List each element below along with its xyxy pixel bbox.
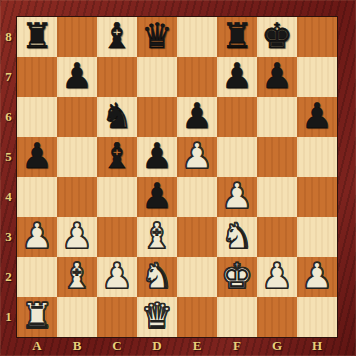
file-label-g: G (257, 337, 297, 356)
square-f5[interactable] (217, 137, 257, 177)
black-pawn-a5[interactable]: ♟ (21, 136, 52, 176)
square-c2[interactable]: ♟ (97, 257, 137, 297)
square-a3[interactable]: ♟ (17, 217, 57, 257)
square-g1[interactable] (257, 297, 297, 337)
square-h1[interactable] (297, 297, 337, 337)
square-b3[interactable]: ♟ (57, 217, 97, 257)
white-pawn-e5[interactable]: ♟ (181, 136, 212, 176)
rank-label-7: 7 (0, 57, 17, 97)
white-knight-f3[interactable]: ♞ (221, 216, 252, 256)
square-f8[interactable]: ♜ (217, 17, 257, 57)
square-c1[interactable] (97, 297, 137, 337)
file-label-c: C (97, 337, 137, 356)
rank-label-6: 6 (0, 97, 17, 137)
square-f2[interactable]: ♚ (217, 257, 257, 297)
black-pawn-h6[interactable]: ♟ (301, 96, 332, 136)
square-h4[interactable] (297, 177, 337, 217)
square-a5[interactable]: ♟ (17, 137, 57, 177)
square-c4[interactable] (97, 177, 137, 217)
black-pawn-b7[interactable]: ♟ (61, 56, 92, 96)
white-bishop-d3[interactable]: ♝ (141, 216, 172, 256)
black-pawn-f7[interactable]: ♟ (221, 56, 252, 96)
white-pawn-a3[interactable]: ♟ (21, 216, 52, 256)
white-bishop-b2[interactable]: ♝ (61, 256, 92, 296)
square-f3[interactable]: ♞ (217, 217, 257, 257)
square-f7[interactable]: ♟ (217, 57, 257, 97)
black-pawn-d4[interactable]: ♟ (141, 176, 172, 216)
square-a6[interactable] (17, 97, 57, 137)
white-king-f2[interactable]: ♚ (221, 256, 252, 296)
square-a4[interactable] (17, 177, 57, 217)
file-label-d: D (137, 337, 177, 356)
rank-label-8: 8 (0, 17, 17, 57)
square-b7[interactable]: ♟ (57, 57, 97, 97)
square-h2[interactable]: ♟ (297, 257, 337, 297)
white-pawn-g2[interactable]: ♟ (261, 256, 292, 296)
square-e6[interactable]: ♟ (177, 97, 217, 137)
square-h7[interactable] (297, 57, 337, 97)
square-g3[interactable] (257, 217, 297, 257)
square-f4[interactable]: ♟ (217, 177, 257, 217)
square-h3[interactable] (297, 217, 337, 257)
square-d2[interactable]: ♞ (137, 257, 177, 297)
file-labels: ABCDEFGH (17, 337, 337, 356)
white-pawn-h2[interactable]: ♟ (301, 256, 332, 296)
black-rook-a8[interactable]: ♜ (21, 16, 52, 56)
white-knight-d2[interactable]: ♞ (141, 256, 172, 296)
file-label-h: H (297, 337, 337, 356)
white-rook-a1[interactable]: ♜ (21, 296, 52, 336)
square-g5[interactable] (257, 137, 297, 177)
black-king-g8[interactable]: ♚ (261, 16, 292, 56)
black-pawn-e6[interactable]: ♟ (181, 96, 212, 136)
black-bishop-c5[interactable]: ♝ (101, 136, 132, 176)
square-d8[interactable]: ♛ (137, 17, 177, 57)
white-pawn-f4[interactable]: ♟ (221, 176, 252, 216)
square-b6[interactable] (57, 97, 97, 137)
rank-label-3: 3 (0, 217, 17, 257)
chess-board[interactable]: ♜♝♛♜♚♟♟♟♞♟♟♟♝♟♟♟♟♟♟♝♞♝♟♞♚♟♟♜♛ (17, 17, 337, 337)
square-b5[interactable] (57, 137, 97, 177)
square-h5[interactable] (297, 137, 337, 177)
black-knight-c6[interactable]: ♞ (101, 96, 132, 136)
square-e2[interactable] (177, 257, 217, 297)
square-g8[interactable]: ♚ (257, 17, 297, 57)
chess-board-window: 87654321 ♜♝♛♜♚♟♟♟♞♟♟♟♝♟♟♟♟♟♟♝♞♝♟♞♚♟♟♜♛ A… (0, 0, 356, 356)
square-e4[interactable] (177, 177, 217, 217)
square-d5[interactable]: ♟ (137, 137, 177, 177)
black-rook-f8[interactable]: ♜ (221, 16, 252, 56)
square-d3[interactable]: ♝ (137, 217, 177, 257)
square-f1[interactable] (217, 297, 257, 337)
square-a7[interactable] (17, 57, 57, 97)
square-b1[interactable] (57, 297, 97, 337)
square-e3[interactable] (177, 217, 217, 257)
file-label-b: B (57, 337, 97, 356)
square-c5[interactable]: ♝ (97, 137, 137, 177)
black-pawn-d5[interactable]: ♟ (141, 136, 172, 176)
square-h6[interactable]: ♟ (297, 97, 337, 137)
square-f6[interactable] (217, 97, 257, 137)
square-g4[interactable] (257, 177, 297, 217)
file-label-f: F (217, 337, 257, 356)
file-label-e: E (177, 337, 217, 356)
file-label-a: A (17, 337, 57, 356)
square-e1[interactable] (177, 297, 217, 337)
white-queen-d1[interactable]: ♛ (141, 296, 172, 336)
square-d4[interactable]: ♟ (137, 177, 177, 217)
square-g6[interactable] (257, 97, 297, 137)
square-g7[interactable]: ♟ (257, 57, 297, 97)
square-g2[interactable]: ♟ (257, 257, 297, 297)
rank-label-4: 4 (0, 177, 17, 217)
white-pawn-b3[interactable]: ♟ (61, 216, 92, 256)
black-pawn-g7[interactable]: ♟ (261, 56, 292, 96)
rank-label-5: 5 (0, 137, 17, 177)
black-bishop-c8[interactable]: ♝ (101, 16, 132, 56)
square-e5[interactable]: ♟ (177, 137, 217, 177)
black-queen-d8[interactable]: ♛ (141, 16, 172, 56)
square-a8[interactable]: ♜ (17, 17, 57, 57)
rank-label-2: 2 (0, 257, 17, 297)
square-c6[interactable]: ♞ (97, 97, 137, 137)
square-e7[interactable] (177, 57, 217, 97)
square-a2[interactable] (17, 257, 57, 297)
square-b8[interactable] (57, 17, 97, 57)
square-d7[interactable] (137, 57, 177, 97)
square-b4[interactable] (57, 177, 97, 217)
square-b2[interactable]: ♝ (57, 257, 97, 297)
square-e8[interactable] (177, 17, 217, 57)
square-c7[interactable] (97, 57, 137, 97)
square-c8[interactable]: ♝ (97, 17, 137, 57)
square-d1[interactable]: ♛ (137, 297, 177, 337)
square-a1[interactable]: ♜ (17, 297, 57, 337)
rank-label-1: 1 (0, 297, 17, 337)
white-pawn-c2[interactable]: ♟ (101, 256, 132, 296)
square-d6[interactable] (137, 97, 177, 137)
rank-labels: 87654321 (0, 17, 17, 337)
square-h8[interactable] (297, 17, 337, 57)
square-c3[interactable] (97, 217, 137, 257)
